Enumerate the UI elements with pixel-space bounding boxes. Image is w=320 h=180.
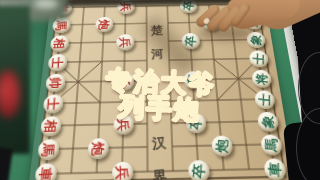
piece-green-象: 象 bbox=[256, 111, 279, 131]
piece-red-相: 相 bbox=[49, 35, 69, 51]
piece-green-車: 車 bbox=[263, 158, 287, 180]
piece-green-馬: 馬 bbox=[259, 134, 282, 155]
piece-red-相: 相 bbox=[39, 116, 61, 136]
piece-green-士: 士 bbox=[248, 50, 269, 67]
piece-green-卒: 卒 bbox=[187, 159, 209, 180]
piece-red-兵: 兵 bbox=[111, 161, 133, 180]
piece-green-将: 将 bbox=[251, 69, 272, 87]
title-overlay-line2: 列手炮 bbox=[118, 90, 202, 127]
piece-red-馬: 馬 bbox=[37, 139, 60, 160]
piece-red-車: 車 bbox=[34, 163, 57, 180]
piece-red-炮: 炮 bbox=[95, 16, 113, 32]
piece-red-炮: 炮 bbox=[87, 138, 109, 159]
piece-red-兵: 兵 bbox=[116, 34, 134, 50]
piece-red-士: 士 bbox=[47, 54, 67, 71]
piece-red-士: 士 bbox=[42, 94, 63, 113]
piece-red-帅: 帅 bbox=[45, 73, 66, 91]
piece-green-炮: 炮 bbox=[211, 135, 233, 156]
video-thumbnail-scene: 楚 河 汉 界 車馬相士帅士相馬車炮炮兵兵兵兵兵車馬象士将士象馬車炮炮卒卒卒卒卒… bbox=[0, 0, 320, 180]
piece-green-士: 士 bbox=[253, 90, 275, 109]
